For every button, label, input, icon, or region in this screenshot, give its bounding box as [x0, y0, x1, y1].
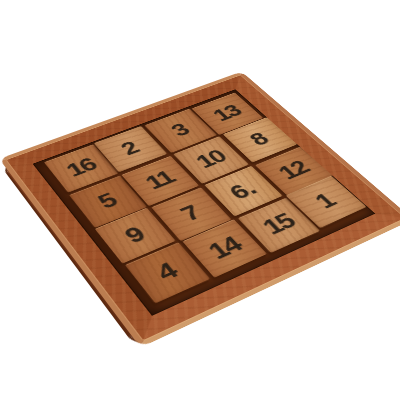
board-frame: 162313511108976.12414151 — [7, 75, 400, 340]
puzzle-board: 162313511108976.12414151 — [0, 71, 400, 347]
tile-10[interactable]: 10 — [173, 136, 249, 183]
tile-16[interactable]: 16 — [44, 144, 119, 192]
product-photo-background: 162313511108976.12414151 — [0, 0, 400, 400]
tile-tray: 162313511108976.12414151 — [33, 89, 376, 316]
tile-2[interactable]: 2 — [94, 126, 167, 172]
scene: 162313511108976.12414151 — [0, 0, 400, 400]
tile-13[interactable]: 13 — [191, 93, 263, 135]
tile-3[interactable]: 3 — [144, 109, 217, 153]
tile-8[interactable]: 8 — [223, 117, 297, 162]
tile-12[interactable]: 12 — [255, 147, 333, 196]
